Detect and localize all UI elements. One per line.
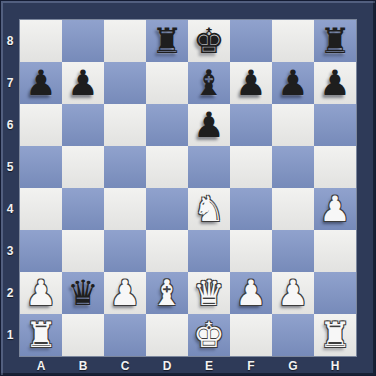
- square-a4[interactable]: [20, 188, 62, 230]
- piece-white-pawn[interactable]: ♟: [277, 272, 308, 314]
- square-c1[interactable]: [104, 314, 146, 356]
- square-d8[interactable]: ♜: [146, 20, 188, 62]
- square-c5[interactable]: [104, 146, 146, 188]
- square-a7[interactable]: ♟: [20, 62, 62, 104]
- square-g2[interactable]: ♟: [272, 272, 314, 314]
- piece-white-pawn[interactable]: ♟: [109, 272, 140, 314]
- square-f7[interactable]: ♟: [230, 62, 272, 104]
- piece-white-king[interactable]: ♚: [193, 314, 224, 356]
- square-g4[interactable]: [272, 188, 314, 230]
- square-a8[interactable]: [20, 20, 62, 62]
- square-e6[interactable]: ♟: [188, 104, 230, 146]
- file-label-d: D: [146, 356, 188, 376]
- square-b5[interactable]: [62, 146, 104, 188]
- square-h8[interactable]: ♜: [314, 20, 356, 62]
- square-h4[interactable]: ♟: [314, 188, 356, 230]
- piece-white-knight[interactable]: ♞: [193, 188, 224, 230]
- square-g8[interactable]: [272, 20, 314, 62]
- file-label-b: B: [62, 356, 104, 376]
- square-f2[interactable]: ♟: [230, 272, 272, 314]
- square-b1[interactable]: [62, 314, 104, 356]
- square-d2[interactable]: ♝: [146, 272, 188, 314]
- square-g7[interactable]: ♟: [272, 62, 314, 104]
- square-c6[interactable]: [104, 104, 146, 146]
- square-c7[interactable]: [104, 62, 146, 104]
- rank-label-2: 2: [0, 272, 20, 314]
- piece-white-pawn[interactable]: ♟: [235, 272, 266, 314]
- piece-white-pawn[interactable]: ♟: [319, 188, 350, 230]
- square-d5[interactable]: [146, 146, 188, 188]
- square-d6[interactable]: [146, 104, 188, 146]
- square-e3[interactable]: [188, 230, 230, 272]
- piece-black-pawn[interactable]: ♟: [67, 62, 98, 104]
- square-d4[interactable]: [146, 188, 188, 230]
- square-d7[interactable]: [146, 62, 188, 104]
- square-b2[interactable]: ♛: [62, 272, 104, 314]
- piece-black-pawn[interactable]: ♟: [235, 62, 266, 104]
- square-e5[interactable]: [188, 146, 230, 188]
- square-g3[interactable]: [272, 230, 314, 272]
- rank-label-8: 8: [0, 20, 20, 62]
- rank-label-4: 4: [0, 188, 20, 230]
- file-label-f: F: [230, 356, 272, 376]
- square-h5[interactable]: [314, 146, 356, 188]
- piece-black-rook[interactable]: ♜: [151, 20, 182, 62]
- piece-white-queen[interactable]: ♛: [193, 272, 224, 314]
- piece-black-pawn[interactable]: ♟: [25, 62, 56, 104]
- square-b6[interactable]: [62, 104, 104, 146]
- square-b8[interactable]: [62, 20, 104, 62]
- square-b4[interactable]: [62, 188, 104, 230]
- piece-black-king[interactable]: ♚: [193, 20, 224, 62]
- square-f5[interactable]: [230, 146, 272, 188]
- piece-white-rook[interactable]: ♜: [25, 314, 56, 356]
- square-e7[interactable]: ♝: [188, 62, 230, 104]
- square-b3[interactable]: [62, 230, 104, 272]
- square-b7[interactable]: ♟: [62, 62, 104, 104]
- square-h2[interactable]: [314, 272, 356, 314]
- piece-white-rook[interactable]: ♜: [319, 314, 350, 356]
- square-d1[interactable]: [146, 314, 188, 356]
- square-c2[interactable]: ♟: [104, 272, 146, 314]
- file-label-c: C: [104, 356, 146, 376]
- piece-black-pawn[interactable]: ♟: [319, 62, 350, 104]
- rank-label-1: 1: [0, 314, 20, 356]
- square-c8[interactable]: [104, 20, 146, 62]
- rank-label-6: 6: [0, 104, 20, 146]
- square-h1[interactable]: ♜: [314, 314, 356, 356]
- square-f1[interactable]: [230, 314, 272, 356]
- file-label-h: H: [314, 356, 356, 376]
- square-f6[interactable]: [230, 104, 272, 146]
- rank-labels: 87654321: [0, 20, 20, 356]
- rank-label-3: 3: [0, 230, 20, 272]
- chess-board: ♜♚♜♟♟♝♟♟♟♟♞♟♟♛♟♝♛♟♟♜♚♜: [20, 20, 356, 356]
- piece-black-bishop[interactable]: ♝: [193, 62, 224, 104]
- square-g5[interactable]: [272, 146, 314, 188]
- square-c4[interactable]: [104, 188, 146, 230]
- square-e8[interactable]: ♚: [188, 20, 230, 62]
- piece-black-pawn[interactable]: ♟: [193, 104, 224, 146]
- piece-black-queen[interactable]: ♛: [67, 272, 98, 314]
- square-h6[interactable]: [314, 104, 356, 146]
- square-e2[interactable]: ♛: [188, 272, 230, 314]
- square-a5[interactable]: [20, 146, 62, 188]
- chess-board-frame: 87654321 ABCDEFGH ♜♚♜♟♟♝♟♟♟♟♞♟♟♛♟♝♛♟♟♜♚♜: [0, 0, 376, 376]
- square-f3[interactable]: [230, 230, 272, 272]
- file-label-g: G: [272, 356, 314, 376]
- square-a2[interactable]: ♟: [20, 272, 62, 314]
- square-a1[interactable]: ♜: [20, 314, 62, 356]
- square-g6[interactable]: [272, 104, 314, 146]
- square-h7[interactable]: ♟: [314, 62, 356, 104]
- file-label-a: A: [20, 356, 62, 376]
- piece-black-rook[interactable]: ♜: [319, 20, 350, 62]
- square-h3[interactable]: [314, 230, 356, 272]
- square-g1[interactable]: [272, 314, 314, 356]
- square-d3[interactable]: [146, 230, 188, 272]
- file-label-e: E: [188, 356, 230, 376]
- piece-white-bishop[interactable]: ♝: [151, 272, 182, 314]
- square-c3[interactable]: [104, 230, 146, 272]
- square-e4[interactable]: ♞: [188, 188, 230, 230]
- square-a6[interactable]: [20, 104, 62, 146]
- piece-white-pawn[interactable]: ♟: [25, 272, 56, 314]
- square-f8[interactable]: [230, 20, 272, 62]
- piece-black-pawn[interactable]: ♟: [277, 62, 308, 104]
- file-labels: ABCDEFGH: [20, 356, 356, 376]
- rank-label-5: 5: [0, 146, 20, 188]
- square-f4[interactable]: [230, 188, 272, 230]
- square-e1[interactable]: ♚: [188, 314, 230, 356]
- square-a3[interactable]: [20, 230, 62, 272]
- rank-label-7: 7: [0, 62, 20, 104]
